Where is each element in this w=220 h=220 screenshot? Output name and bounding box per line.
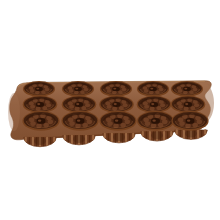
cavity-flute-mark [68,86,73,90]
cavity-flute-mark [177,101,182,105]
cavity-flute-mark [143,86,148,90]
mold-cavity [137,81,169,97]
chocolate-mold-illustration [0,0,220,220]
product-photo [0,0,220,220]
mold-cavity [22,111,59,131]
mold-cavity [171,81,203,97]
cavity-flute-mark [68,101,73,105]
cavity-flute-mark [106,86,111,90]
mold-cavity [137,96,172,114]
cavity-flute-mark [178,117,184,122]
mold-cavity [62,96,97,114]
mold-base-bump [63,135,96,145]
cavity-flute-mark [29,117,35,122]
mold-cavity [61,111,98,131]
tray-left-highlight [8,93,20,131]
mold-base-bump [175,130,208,140]
cavity-flute-mark [29,101,34,105]
mold-cavity [99,96,134,114]
mold-base-bump [103,133,136,143]
cavity-flute-mark [143,101,148,105]
mold-cavity [99,111,136,131]
mold-cavity [23,96,58,114]
cavity-flute-mark [105,101,110,105]
mold-cavity [171,96,206,114]
mold-cavity [100,81,132,97]
mold-cavity [171,111,208,131]
mold-cavity [62,81,94,97]
cavity-flute-mark [177,86,182,90]
mold-cavity [23,81,55,97]
cavity-flute-mark [143,117,149,122]
mold-base-bump [24,137,57,147]
cavity-flute-mark [106,117,112,122]
cavity-flute-mark [29,86,34,90]
mold-cavity [137,111,174,131]
mold-base-bump [141,131,174,141]
cavity-flute-mark [68,117,74,122]
